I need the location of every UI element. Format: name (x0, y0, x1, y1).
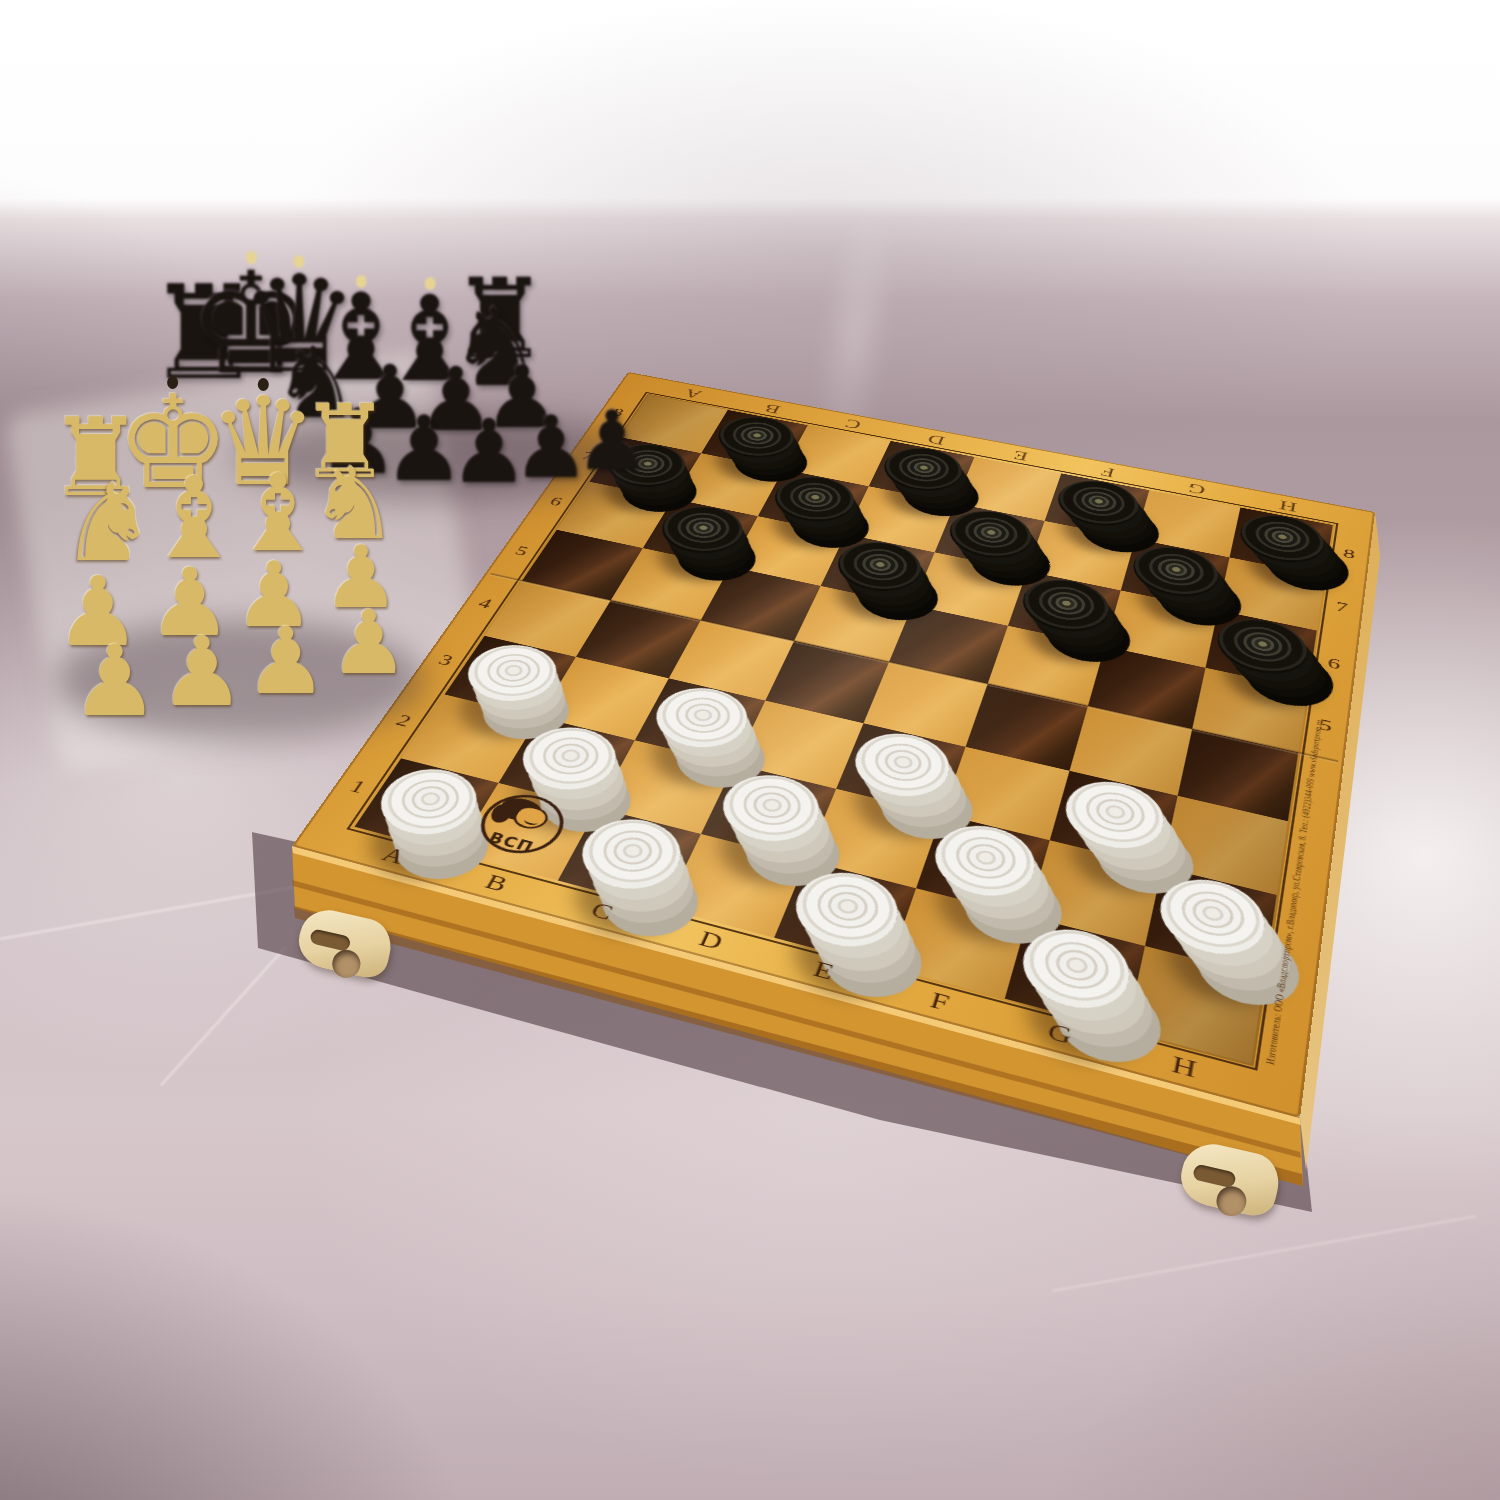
chess-piece-yellow-pawn[interactable]: ♟ (159, 624, 245, 720)
chess-piece-yellow-pawn[interactable]: ♟ (245, 616, 327, 708)
chess-piece-yellow-pawn[interactable]: ♟ (330, 599, 409, 687)
piece-finial-tip (355, 275, 366, 288)
pawn-glyph: ♟ (330, 599, 409, 687)
piece-finial-tip (168, 376, 179, 389)
piece-finial-tip (258, 378, 269, 391)
chess-pieces-layer: ♜♚♛♝♝♜♞♞♟♟♟♟♟♟♟♟♜♚♛♜♞♝♝♞♟♟♟♟♟♟♟♟ (0, 0, 1500, 1500)
chess-piece-black-pawn[interactable]: ♟ (575, 400, 649, 482)
chess-piece-yellow-pawn[interactable]: ♟ (71, 632, 159, 730)
pawn-glyph: ♟ (71, 632, 159, 730)
piece-finial-tip (293, 255, 304, 268)
piece-finial-tip (424, 277, 435, 290)
scene: AABBCCDDEEFFGGHH123455667788 ВСП Изготов… (0, 0, 1500, 1500)
pawn-glyph: ♟ (159, 624, 245, 720)
pawn-glyph: ♟ (575, 400, 649, 482)
pawn-glyph: ♟ (245, 616, 327, 708)
